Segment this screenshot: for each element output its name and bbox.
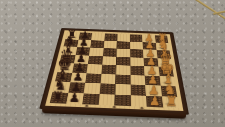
square-r5c2: [85, 73, 101, 83]
white-rook: ♜: [165, 94, 178, 108]
chessboard: ♜♟♟♜♞♟♟♞♝♟♟♝♛♟♟♛♚♟♟♚♝♟♟♝♞♟♟♞♜♟♟♜ ❖ ❖ ❖: [39, 0, 195, 115]
emblem-stamp-icon: ❖: [140, 106, 145, 110]
square-r6c3: [99, 83, 115, 94]
square-r5c4: [115, 74, 130, 84]
square-r5c5: [130, 75, 145, 85]
white-pawn: ♟: [149, 94, 161, 107]
board-surface: ♜♟♟♜♞♟♟♞♝♟♟♝♛♟♟♛♚♟♟♚♝♟♟♝♞♟♟♞♜♟♟♜ ❖ ❖ ❖: [39, 28, 189, 115]
square-r7c7: ♜: [162, 96, 179, 108]
square-r6c2: [84, 83, 101, 94]
square-r5c3: [100, 74, 115, 84]
photo-scene: ♜♟♟♜♞♟♟♞♝♟♟♝♛♟♟♛♚♟♟♚♝♟♟♝♞♟♟♞♜♟♟♜ ❖ ❖ ❖: [0, 0, 225, 127]
emblem-stamp-icon: ❖: [84, 104, 89, 108]
square-r7c0: ♜: [50, 92, 68, 104]
square-r6c4: [115, 84, 131, 95]
square-r6c5: [130, 85, 146, 96]
square-r7c3: [98, 94, 115, 106]
square-r7c6: ♟: [146, 96, 163, 108]
emblem-stamp-icon: ❖: [112, 105, 117, 109]
board-border: ♜♟♟♜♞♟♟♞♝♟♟♝♛♟♟♛♚♟♟♚♝♟♟♝♞♟♟♞♜♟♟♜ ❖ ❖ ❖: [45, 30, 183, 111]
square-r7c1: ♟: [66, 93, 84, 105]
black-pawn: ♟: [68, 91, 80, 104]
square-r7c4: [114, 94, 130, 106]
square-r7c5: [130, 95, 146, 107]
black-rook: ♜: [52, 89, 65, 103]
